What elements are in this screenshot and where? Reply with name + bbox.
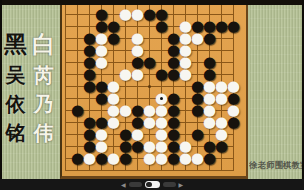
black-stone: ●: [227, 20, 239, 32]
white-stone: ●: [131, 68, 143, 80]
black-name-char: 依: [6, 94, 26, 114]
white-stone: ●: [131, 8, 143, 20]
black-stone: ●: [83, 80, 95, 92]
video-left-edge: [0, 0, 2, 190]
white-label: 白: [32, 33, 55, 56]
black-player-panel: 黑 吴 依 铭: [2, 33, 29, 143]
white-stone: ●: [203, 116, 215, 128]
white-name-char: 乃: [34, 94, 54, 114]
white-stone: ●: [107, 116, 119, 128]
white-stone: ●: [95, 56, 107, 68]
white-stone: ●: [143, 116, 155, 128]
white-stone: ●: [179, 152, 191, 164]
white-stone: ●: [119, 68, 131, 80]
black-stone: ●: [119, 152, 131, 164]
chevron-left-icon[interactable]: ◀: [121, 182, 126, 188]
video-progress-bar[interactable]: ◀ ▶: [0, 179, 304, 190]
white-player-panel: 白 芮 乃 伟: [30, 33, 57, 143]
forward-button[interactable]: [163, 182, 176, 187]
black-stone: ●: [191, 128, 203, 140]
play-pause-toggle[interactable]: [145, 181, 160, 188]
white-stone: ●: [119, 104, 131, 116]
black-stone: ●: [131, 140, 143, 152]
white-stone: ●: [83, 152, 95, 164]
channel-watermark: 徐老师围棋教室: [249, 160, 302, 172]
board-grid-lines: ●●●●●●●●●●●●●●●●●●●●●●●●●●●●●●●●●●●●●●●●…: [65, 2, 234, 171]
white-stone: ●: [191, 32, 203, 44]
white-stone: ●: [215, 92, 227, 104]
video-right-edge: [302, 0, 304, 190]
black-stone: ●: [143, 56, 155, 68]
black-stone: ●: [71, 152, 83, 164]
black-stone: ●: [191, 104, 203, 116]
black-stone: ●: [203, 152, 215, 164]
black-name-char: 吴: [6, 65, 26, 85]
white-name-char: 芮: [34, 65, 54, 85]
white-stone: ●: [179, 68, 191, 80]
rewind-button[interactable]: [129, 182, 142, 187]
tatami-right-panel: [250, 0, 304, 179]
black-stone: ●: [215, 20, 227, 32]
player-controls: ◀ ▶: [121, 181, 183, 188]
black-stone: ●: [215, 140, 227, 152]
black-stone: ●: [155, 68, 167, 80]
black-stone: ●: [95, 92, 107, 104]
black-name-char: 铭: [6, 123, 26, 143]
black-label: 黑: [4, 33, 27, 56]
star-point: [148, 85, 151, 88]
white-stone: ●: [119, 8, 131, 20]
white-name-char: 伟: [34, 123, 54, 143]
video-top-edge: [0, 0, 304, 5]
black-stone: ●: [143, 8, 155, 20]
black-stone: ●: [167, 152, 179, 164]
black-stone: ●: [167, 68, 179, 80]
toggle-knob-icon: [146, 182, 152, 187]
black-stone: ●: [227, 116, 239, 128]
white-stone: ●: [107, 152, 119, 164]
last-move-marker: [160, 97, 163, 100]
chevron-right-icon[interactable]: ▶: [179, 182, 184, 188]
video-frame: 黑 吴 依 铭 白 芮 乃 伟 ●●●●●●●●●●●●●●●●●●●●●●●●…: [0, 0, 304, 190]
go-board: ●●●●●●●●●●●●●●●●●●●●●●●●●●●●●●●●●●●●●●●●…: [60, 0, 248, 179]
white-stone: ●: [191, 152, 203, 164]
black-stone: ●: [107, 32, 119, 44]
black-stone: ●: [203, 32, 215, 44]
black-stone: ●: [95, 152, 107, 164]
black-stone: ●: [155, 20, 167, 32]
black-stone: ●: [71, 104, 83, 116]
white-stone: ●: [155, 152, 167, 164]
white-stone: ●: [143, 152, 155, 164]
